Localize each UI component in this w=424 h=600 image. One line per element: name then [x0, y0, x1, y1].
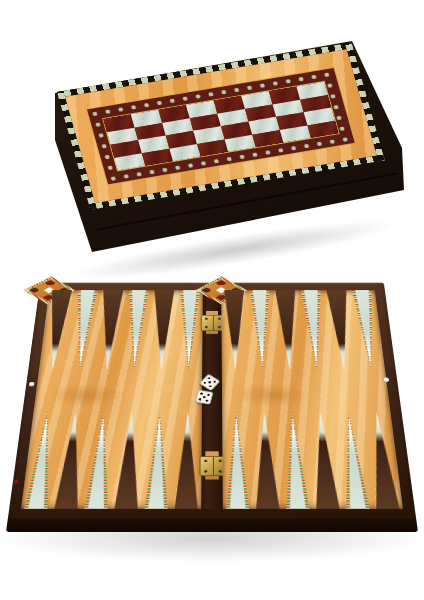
points-row-bottom-left	[21, 412, 202, 509]
points-row-top-right	[221, 290, 385, 370]
board-frame	[6, 283, 418, 532]
board-left-half	[21, 290, 203, 509]
latch-pin	[14, 480, 19, 484]
point-slot	[222, 412, 253, 509]
point-6-pearl[interactable]	[178, 290, 200, 370]
point-slot	[111, 412, 146, 509]
point-slot	[247, 290, 276, 370]
magnet-dot-left	[29, 382, 35, 386]
point-5-dark[interactable]	[151, 290, 175, 370]
point-slot	[221, 290, 249, 370]
point-9-dark[interactable]	[275, 290, 300, 370]
point-10-pearl[interactable]	[301, 290, 328, 370]
board-front-edge	[6, 519, 418, 532]
open-board	[6, 283, 418, 532]
die-2[interactable]	[195, 390, 213, 405]
point-12-pearl[interactable]	[352, 290, 382, 370]
point-7-dark[interactable]	[224, 290, 246, 370]
point-24-dark[interactable]	[366, 412, 400, 509]
points-row-top-left	[39, 290, 203, 370]
point-slot	[175, 290, 203, 370]
point-3-dark[interactable]	[96, 290, 123, 370]
board-right-half	[221, 290, 403, 509]
point-17-pearl[interactable]	[144, 412, 170, 509]
magnet-dot-right	[383, 378, 389, 382]
points-row-bottom-right	[222, 412, 403, 509]
point-15-pearl[interactable]	[84, 412, 114, 509]
point-slot	[148, 290, 177, 370]
point-19-pearl[interactable]	[225, 412, 249, 509]
point-slot	[121, 290, 152, 370]
point-20-dark[interactable]	[253, 412, 279, 509]
point-slot	[141, 412, 174, 509]
point-8-pearl[interactable]	[250, 290, 274, 370]
point-4-pearl[interactable]	[124, 290, 149, 370]
point-21-pearl[interactable]	[281, 412, 309, 509]
point-18-dark[interactable]	[174, 412, 198, 509]
point-slot	[171, 412, 202, 509]
point-16-dark[interactable]	[114, 412, 142, 509]
